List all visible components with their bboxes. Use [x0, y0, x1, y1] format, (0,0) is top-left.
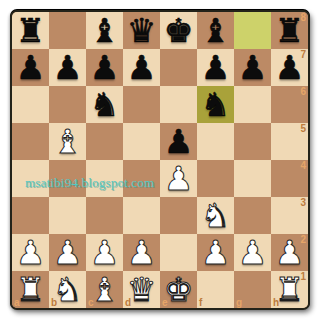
- square-b7[interactable]: ♟: [49, 49, 86, 86]
- rank-label-3: 3: [300, 198, 306, 208]
- square-h6[interactable]: 6: [271, 86, 308, 123]
- square-e2[interactable]: [160, 234, 197, 271]
- piece-black-bishop[interactable]: ♝: [197, 12, 234, 49]
- square-e1[interactable]: ♚e: [160, 271, 197, 308]
- square-d4[interactable]: [123, 160, 160, 197]
- piece-black-king[interactable]: ♚: [160, 12, 197, 49]
- square-h2[interactable]: ♟2: [271, 234, 308, 271]
- piece-black-pawn[interactable]: ♟: [234, 49, 271, 86]
- chess-board-frame: ♜♝♛♚♝♜8♟♟♟♟♟♟♟7♞♞6♝♟5♟4♞3♟♟♟♟♟♟♟2♜a♞b♝c♛…: [10, 10, 310, 310]
- square-a6[interactable]: [12, 86, 49, 123]
- square-c8[interactable]: ♝: [86, 12, 123, 49]
- piece-white-pawn[interactable]: ♟: [12, 234, 49, 271]
- square-h1[interactable]: ♜h1: [271, 271, 308, 308]
- square-h3[interactable]: 3: [271, 197, 308, 234]
- square-e3[interactable]: [160, 197, 197, 234]
- piece-black-pawn[interactable]: ♟: [12, 49, 49, 86]
- square-d6[interactable]: [123, 86, 160, 123]
- file-label-c: c: [88, 297, 94, 308]
- square-c2[interactable]: ♟: [86, 234, 123, 271]
- file-label-g: g: [236, 297, 242, 308]
- piece-black-pawn[interactable]: ♟: [86, 49, 123, 86]
- square-c5[interactable]: [86, 123, 123, 160]
- square-a3[interactable]: [12, 197, 49, 234]
- piece-black-pawn[interactable]: ♟: [123, 49, 160, 86]
- board: ♜♝♛♚♝♜8♟♟♟♟♟♟♟7♞♞6♝♟5♟4♞3♟♟♟♟♟♟♟2♜a♞b♝c♛…: [12, 12, 308, 308]
- square-g3[interactable]: [234, 197, 271, 234]
- rank-label-6: 6: [300, 87, 306, 97]
- square-g1[interactable]: g: [234, 271, 271, 308]
- square-c6[interactable]: ♞: [86, 86, 123, 123]
- square-g8[interactable]: [234, 12, 271, 49]
- piece-black-rook[interactable]: ♜: [12, 12, 49, 49]
- piece-white-pawn[interactable]: ♟: [49, 234, 86, 271]
- square-e7[interactable]: [160, 49, 197, 86]
- square-d1[interactable]: ♛d: [123, 271, 160, 308]
- square-a5[interactable]: [12, 123, 49, 160]
- square-h7[interactable]: ♟7: [271, 49, 308, 86]
- square-g7[interactable]: ♟: [234, 49, 271, 86]
- square-g5[interactable]: [234, 123, 271, 160]
- square-b2[interactable]: ♟: [49, 234, 86, 271]
- rank-label-1: 1: [300, 272, 306, 282]
- rank-label-7: 7: [300, 50, 306, 60]
- square-f1[interactable]: f: [197, 271, 234, 308]
- square-f5[interactable]: [197, 123, 234, 160]
- file-label-a: a: [14, 297, 20, 308]
- square-a7[interactable]: ♟: [12, 49, 49, 86]
- rank-label-8: 8: [300, 13, 306, 23]
- rank-label-5: 5: [300, 124, 306, 134]
- square-b5[interactable]: ♝: [49, 123, 86, 160]
- square-b8[interactable]: [49, 12, 86, 49]
- square-d7[interactable]: ♟: [123, 49, 160, 86]
- piece-black-knight[interactable]: ♞: [197, 86, 234, 123]
- file-label-b: b: [51, 297, 57, 308]
- square-g4[interactable]: [234, 160, 271, 197]
- piece-white-bishop[interactable]: ♝: [49, 123, 86, 160]
- square-a1[interactable]: ♜a: [12, 271, 49, 308]
- rank-label-2: 2: [300, 235, 306, 245]
- square-e4[interactable]: ♟: [160, 160, 197, 197]
- square-b1[interactable]: ♞b: [49, 271, 86, 308]
- square-d8[interactable]: ♛: [123, 12, 160, 49]
- rank-label-4: 4: [300, 161, 306, 171]
- square-f3[interactable]: ♞: [197, 197, 234, 234]
- square-c7[interactable]: ♟: [86, 49, 123, 86]
- piece-black-queen[interactable]: ♛: [123, 12, 160, 49]
- square-e8[interactable]: ♚: [160, 12, 197, 49]
- square-a2[interactable]: ♟: [12, 234, 49, 271]
- square-b3[interactable]: [49, 197, 86, 234]
- file-label-e: e: [162, 297, 168, 308]
- piece-white-pawn[interactable]: ♟: [197, 234, 234, 271]
- square-c4[interactable]: [86, 160, 123, 197]
- file-label-h: h: [273, 297, 279, 308]
- square-a4[interactable]: [12, 160, 49, 197]
- square-c3[interactable]: [86, 197, 123, 234]
- square-h8[interactable]: ♜8: [271, 12, 308, 49]
- piece-black-pawn[interactable]: ♟: [160, 123, 197, 160]
- piece-white-pawn[interactable]: ♟: [234, 234, 271, 271]
- square-h5[interactable]: 5: [271, 123, 308, 160]
- piece-black-pawn[interactable]: ♟: [197, 49, 234, 86]
- file-label-f: f: [199, 297, 202, 308]
- piece-black-pawn[interactable]: ♟: [49, 49, 86, 86]
- square-f4[interactable]: [197, 160, 234, 197]
- square-b4[interactable]: [49, 160, 86, 197]
- square-e6[interactable]: [160, 86, 197, 123]
- square-f2[interactable]: ♟: [197, 234, 234, 271]
- square-c1[interactable]: ♝c: [86, 271, 123, 308]
- piece-black-knight[interactable]: ♞: [86, 86, 123, 123]
- square-g2[interactable]: ♟: [234, 234, 271, 271]
- square-f8[interactable]: ♝: [197, 12, 234, 49]
- piece-black-bishop[interactable]: ♝: [86, 12, 123, 49]
- piece-white-pawn[interactable]: ♟: [123, 234, 160, 271]
- square-a8[interactable]: ♜: [12, 12, 49, 49]
- piece-white-knight[interactable]: ♞: [197, 197, 234, 234]
- square-d5[interactable]: [123, 123, 160, 160]
- square-g6[interactable]: [234, 86, 271, 123]
- square-h4[interactable]: 4: [271, 160, 308, 197]
- square-e5[interactable]: ♟: [160, 123, 197, 160]
- square-d2[interactable]: ♟: [123, 234, 160, 271]
- piece-white-pawn[interactable]: ♟: [86, 234, 123, 271]
- square-b6[interactable]: [49, 86, 86, 123]
- square-f6[interactable]: ♞: [197, 86, 234, 123]
- square-d3[interactable]: [123, 197, 160, 234]
- square-f7[interactable]: ♟: [197, 49, 234, 86]
- piece-white-pawn[interactable]: ♟: [160, 160, 197, 197]
- file-label-d: d: [125, 297, 131, 308]
